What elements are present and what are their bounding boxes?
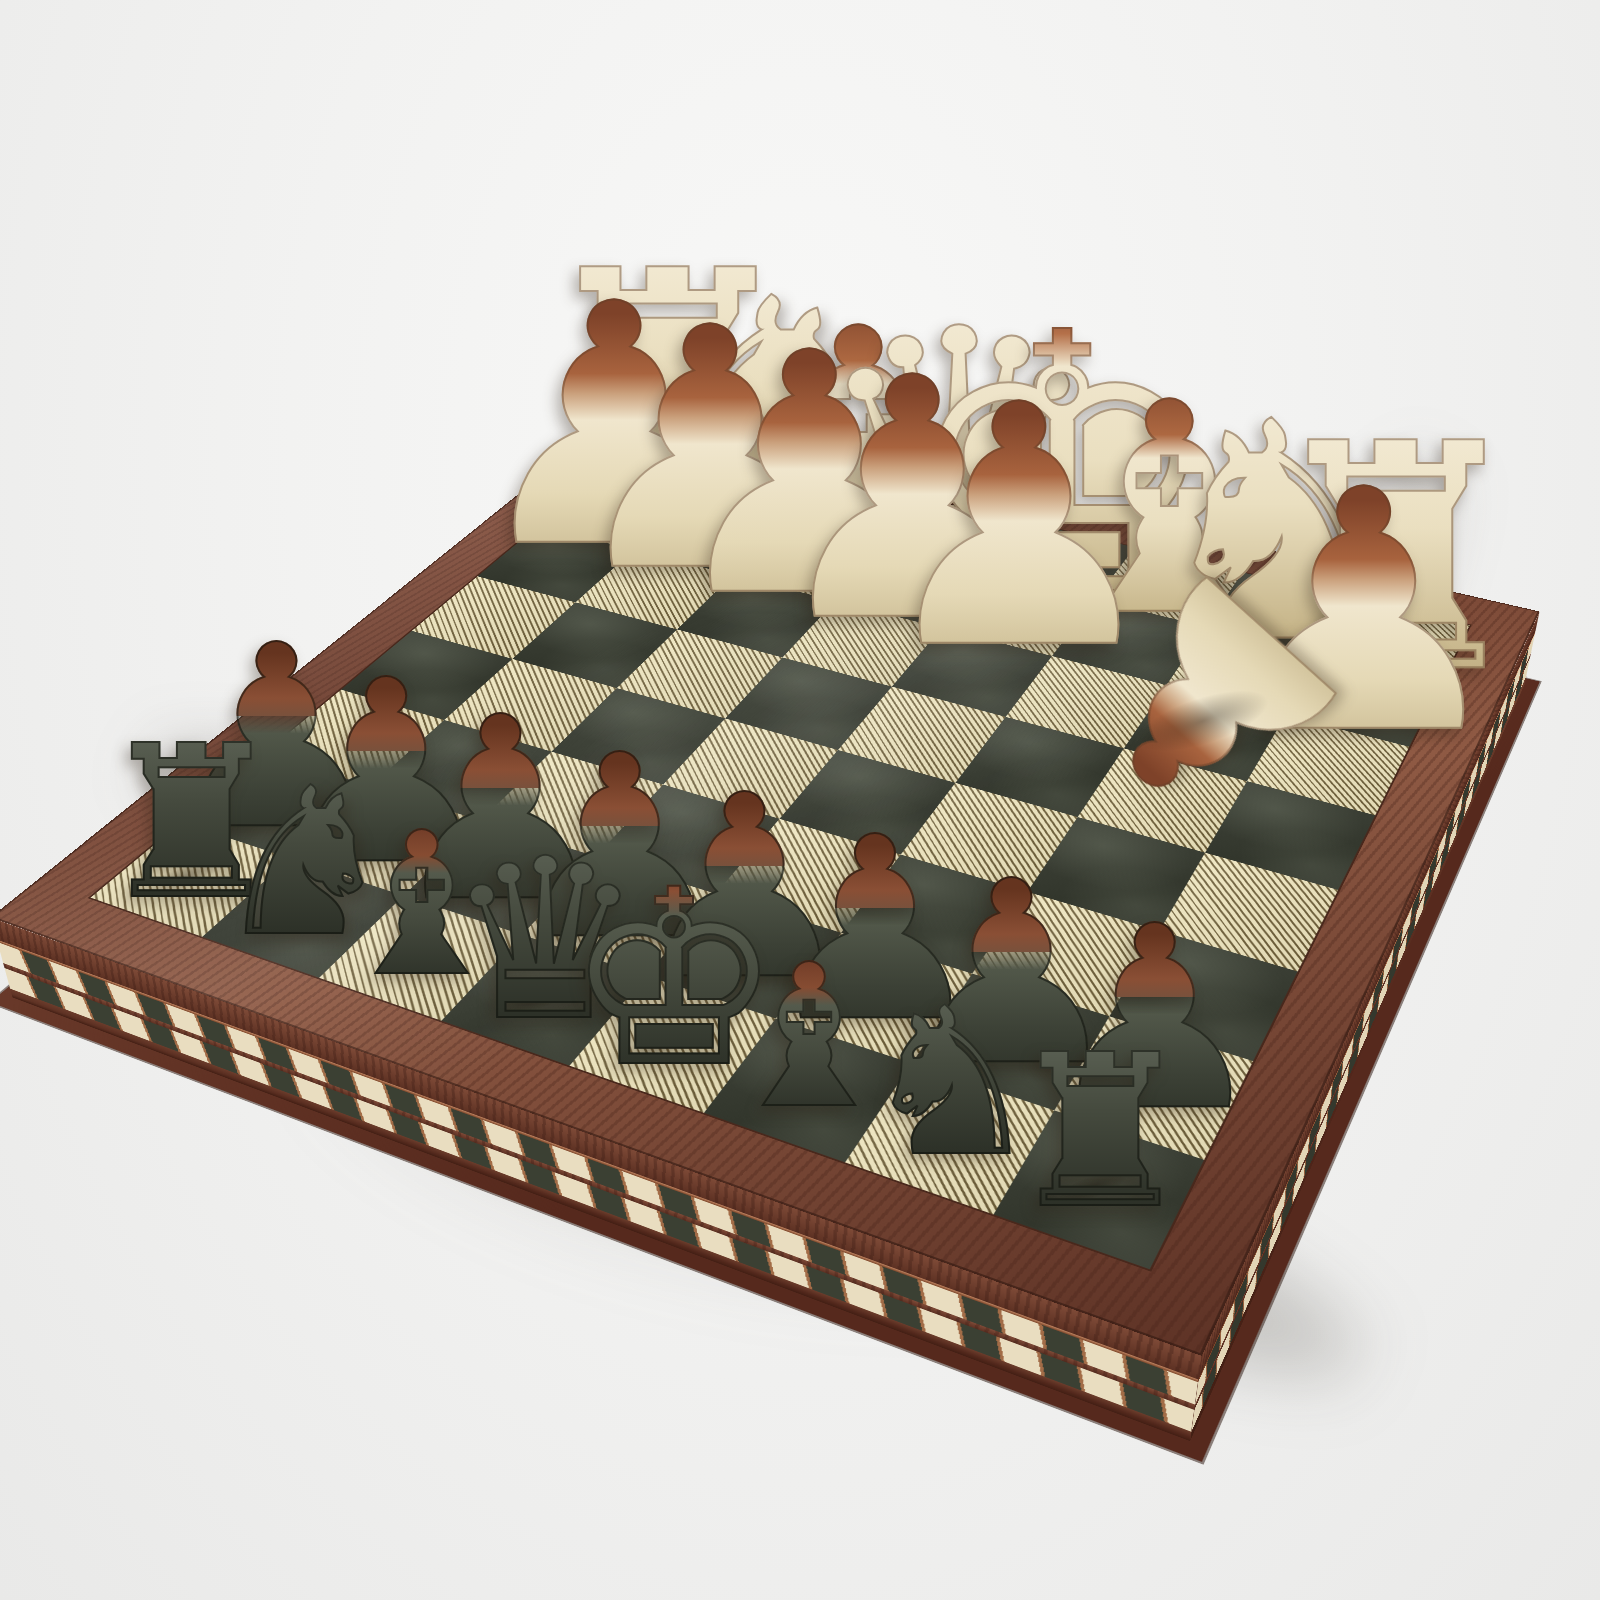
- black-rook-h8[interactable]: ♜: [1006, 1026, 1195, 1237]
- chess-set-render: ♜♞♝♛♚♝♞♜♟♟♟♟♟♟♟♟♟♟♟♟♟♟♜♞♝♛♚♝♞♜♟: [0, 0, 1600, 1600]
